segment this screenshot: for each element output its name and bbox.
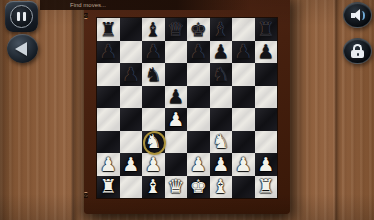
square-a7[interactable]: ♟ <box>97 41 120 64</box>
back-arrow-icon <box>15 42 27 56</box>
square-b7[interactable] <box>120 41 143 64</box>
status-banner: Find moves... <box>40 0 250 10</box>
piece-black-pawn: ♟ <box>235 42 252 61</box>
square-f5[interactable] <box>210 86 233 109</box>
piece-black-bishop: ♝ <box>145 20 162 39</box>
piece-black-pawn: ♟ <box>100 42 117 61</box>
piece-white-pawn: ♟ <box>257 155 274 174</box>
square-e8[interactable]: ♚ <box>187 18 210 41</box>
piece-black-king: ♚ <box>190 20 207 39</box>
square-c1[interactable]: ♝ <box>142 176 165 199</box>
square-f3[interactable]: ♞ <box>210 131 233 154</box>
square-a8[interactable]: ♜ <box>97 18 120 41</box>
piece-white-pawn: ♟ <box>212 155 229 174</box>
square-h6[interactable] <box>255 63 278 86</box>
piece-black-pawn: ♟ <box>212 42 229 61</box>
square-c3[interactable]: ♞ <box>142 131 165 154</box>
square-g5[interactable] <box>232 86 255 109</box>
status-text: Find moves... <box>70 2 106 8</box>
square-c4[interactable] <box>142 108 165 131</box>
piece-black-pawn: ♟ <box>190 42 207 61</box>
square-c8[interactable]: ♝ <box>142 18 165 41</box>
coordinates-right: 87654321 <box>84 184 97 220</box>
square-d4[interactable]: ♟ <box>165 108 188 131</box>
square-g7[interactable]: ♟ <box>232 41 255 64</box>
pause-icon <box>10 5 33 28</box>
square-h5[interactable] <box>255 86 278 109</box>
piece-white-pawn: ♟ <box>145 155 162 174</box>
square-a6[interactable] <box>97 63 120 86</box>
square-c2[interactable]: ♟ <box>142 153 165 176</box>
piece-white-pawn: ♟ <box>235 155 252 174</box>
speaker-icon <box>350 9 366 21</box>
square-f8[interactable]: ♝ <box>210 18 233 41</box>
piece-white-pawn: ♟ <box>190 155 207 174</box>
piece-black-rook: ♜ <box>257 20 274 39</box>
piece-white-rook: ♜ <box>257 177 274 196</box>
piece-white-bishop: ♝ <box>145 177 162 196</box>
square-f6[interactable]: ♞ <box>210 63 233 86</box>
square-d6[interactable] <box>165 63 188 86</box>
piece-black-rook: ♜ <box>100 20 117 39</box>
square-g1[interactable] <box>232 176 255 199</box>
square-b1[interactable] <box>120 176 143 199</box>
square-h4[interactable] <box>255 108 278 131</box>
square-f7[interactable]: ♟ <box>210 41 233 64</box>
piece-white-bishop: ♝ <box>212 177 229 196</box>
chess-board: ABCDEFGH 87654321 87654321 ABCDEFGH ♜♝♛♚… <box>84 0 290 214</box>
piece-black-pawn: ♟ <box>122 65 139 84</box>
piece-white-pawn: ♟ <box>100 155 117 174</box>
square-h8[interactable]: ♜ <box>255 18 278 41</box>
piece-black-knight: ♞ <box>212 65 229 84</box>
piece-black-pawn: ♟ <box>257 42 274 61</box>
rank-label-right-1: 1 <box>84 184 88 207</box>
piece-black-knight: ♞ <box>145 65 162 84</box>
square-e3[interactable] <box>187 131 210 154</box>
piece-white-knight: ♞ <box>212 132 229 151</box>
square-f1[interactable]: ♝ <box>210 176 233 199</box>
square-b4[interactable] <box>120 108 143 131</box>
square-a1[interactable]: ♜ <box>97 176 120 199</box>
square-d5[interactable]: ♟ <box>165 86 188 109</box>
piece-white-queen: ♛ <box>167 177 184 196</box>
square-h3[interactable] <box>255 131 278 154</box>
square-d2[interactable] <box>165 153 188 176</box>
piece-black-pawn: ♟ <box>145 42 162 61</box>
piece-black-bishop: ♝ <box>212 20 229 39</box>
square-e6[interactable] <box>187 63 210 86</box>
square-h2[interactable]: ♟ <box>255 153 278 176</box>
piece-white-pawn: ♟ <box>167 110 184 129</box>
square-e7[interactable]: ♟ <box>187 41 210 64</box>
square-f2[interactable]: ♟ <box>210 153 233 176</box>
piece-black-pawn: ♟ <box>167 87 184 106</box>
square-d1[interactable]: ♛ <box>165 176 188 199</box>
square-g2[interactable]: ♟ <box>232 153 255 176</box>
piece-white-king: ♚ <box>190 177 207 196</box>
square-c5[interactable] <box>142 86 165 109</box>
square-b5[interactable] <box>120 86 143 109</box>
square-b8[interactable] <box>120 18 143 41</box>
square-g4[interactable] <box>232 108 255 131</box>
piece-white-pawn: ♟ <box>122 155 139 174</box>
square-d8[interactable]: ♛ <box>165 18 188 41</box>
square-g8[interactable] <box>232 18 255 41</box>
square-c7[interactable]: ♟ <box>142 41 165 64</box>
square-e4[interactable] <box>187 108 210 131</box>
square-a2[interactable]: ♟ <box>97 153 120 176</box>
square-d3[interactable] <box>165 131 188 154</box>
lock-button[interactable] <box>343 38 372 64</box>
square-b3[interactable] <box>120 131 143 154</box>
square-f4[interactable] <box>210 108 233 131</box>
pause-button[interactable] <box>5 1 38 32</box>
square-b6[interactable]: ♟ <box>120 63 143 86</box>
sound-button[interactable] <box>343 2 372 28</box>
square-g3[interactable] <box>232 131 255 154</box>
back-button[interactable] <box>7 34 38 63</box>
piece-black-queen: ♛ <box>167 20 184 39</box>
lock-icon <box>351 44 364 58</box>
squares-grid: ♜♝♛♚♝♜♟♟♟♟♟♟♟♞♞♟♟♞♞♟♟♟♟♟♟♟♜♝♛♚♝♜ <box>97 18 277 198</box>
square-d7[interactable] <box>165 41 188 64</box>
coordinates-left: 87654321 <box>84 4 97 184</box>
app-screen: ABCDEFGH 87654321 87654321 ABCDEFGH ♜♝♛♚… <box>0 0 374 220</box>
square-h1[interactable]: ♜ <box>255 176 278 199</box>
square-a5[interactable] <box>97 86 120 109</box>
square-b2[interactable]: ♟ <box>120 153 143 176</box>
square-a3[interactable] <box>97 131 120 154</box>
piece-white-knight: ♞ <box>145 132 162 151</box>
square-e1[interactable]: ♚ <box>187 176 210 199</box>
square-c6[interactable]: ♞ <box>142 63 165 86</box>
square-g6[interactable] <box>232 63 255 86</box>
square-h7[interactable]: ♟ <box>255 41 278 64</box>
square-e5[interactable] <box>187 86 210 109</box>
piece-white-rook: ♜ <box>100 177 117 196</box>
square-a4[interactable] <box>97 108 120 131</box>
square-e2[interactable]: ♟ <box>187 153 210 176</box>
